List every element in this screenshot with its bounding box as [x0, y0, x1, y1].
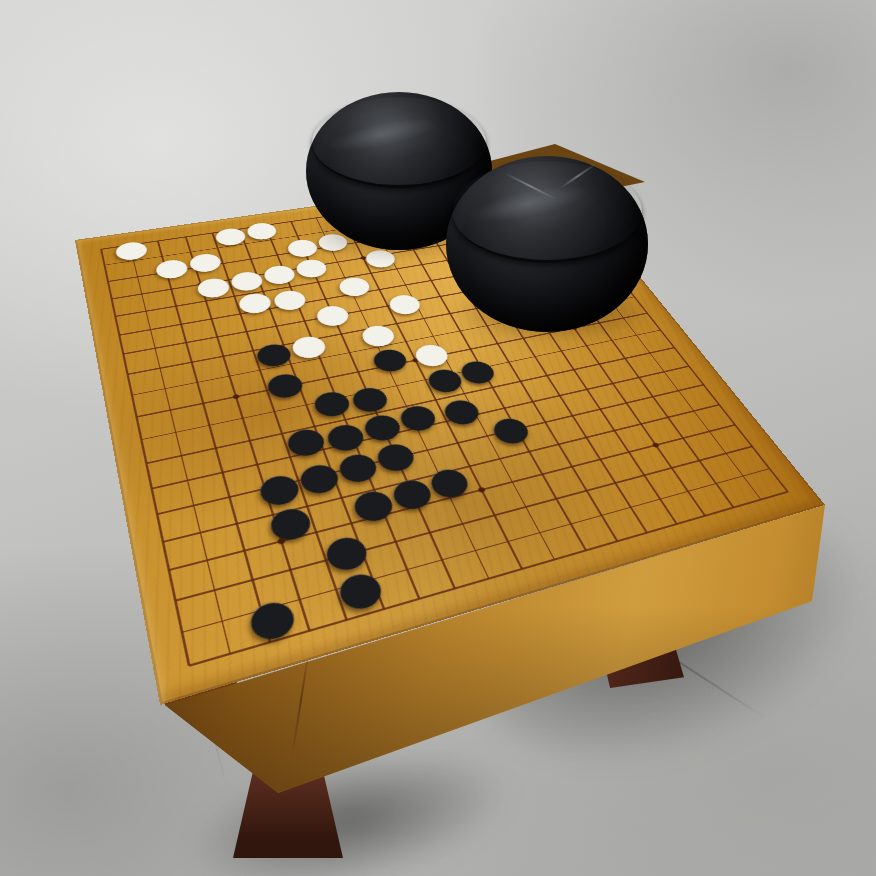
board-point[interactable]: ● [335, 271, 379, 300]
scene: ●●●●●●●●●●●●●●●●●●●●●●●●●●●●●●●●●●●●●●●●… [0, 0, 876, 876]
black-stone[interactable]: ● [262, 498, 317, 546]
black-stone[interactable]: ● [261, 366, 309, 402]
white-stone[interactable]: ● [111, 236, 151, 263]
board-point[interactable]: ● [379, 288, 424, 318]
board-point[interactable]: ● [239, 587, 299, 644]
bowl-lid[interactable] [452, 161, 642, 263]
go-bowl-right[interactable] [446, 156, 648, 332]
white-stone[interactable]: ● [241, 217, 281, 242]
bowl-lid[interactable] [312, 97, 487, 188]
black-stone[interactable]: ● [330, 562, 390, 616]
board-point[interactable]: ● [108, 237, 148, 264]
white-stone[interactable]: ● [381, 288, 426, 318]
board-point[interactable]: ● [287, 331, 334, 364]
board-point[interactable]: ● [330, 563, 390, 617]
board-point[interactable]: ● [268, 282, 312, 312]
board-point[interactable]: ● [243, 218, 283, 243]
black-stone[interactable]: ● [242, 590, 302, 648]
white-stone[interactable]: ● [309, 299, 354, 330]
board-point[interactable]: ● [292, 255, 335, 283]
white-stone[interactable]: ● [332, 271, 376, 300]
lid-highlight [324, 112, 438, 158]
lid-scratch [560, 163, 598, 189]
white-stone[interactable]: ● [267, 284, 311, 314]
black-stone[interactable]: ● [484, 410, 537, 449]
board-point[interactable]: ● [149, 254, 191, 282]
board-point[interactable]: ● [483, 412, 536, 451]
board-point[interactable]: ● [260, 364, 308, 400]
board-point[interactable]: ● [261, 498, 316, 546]
